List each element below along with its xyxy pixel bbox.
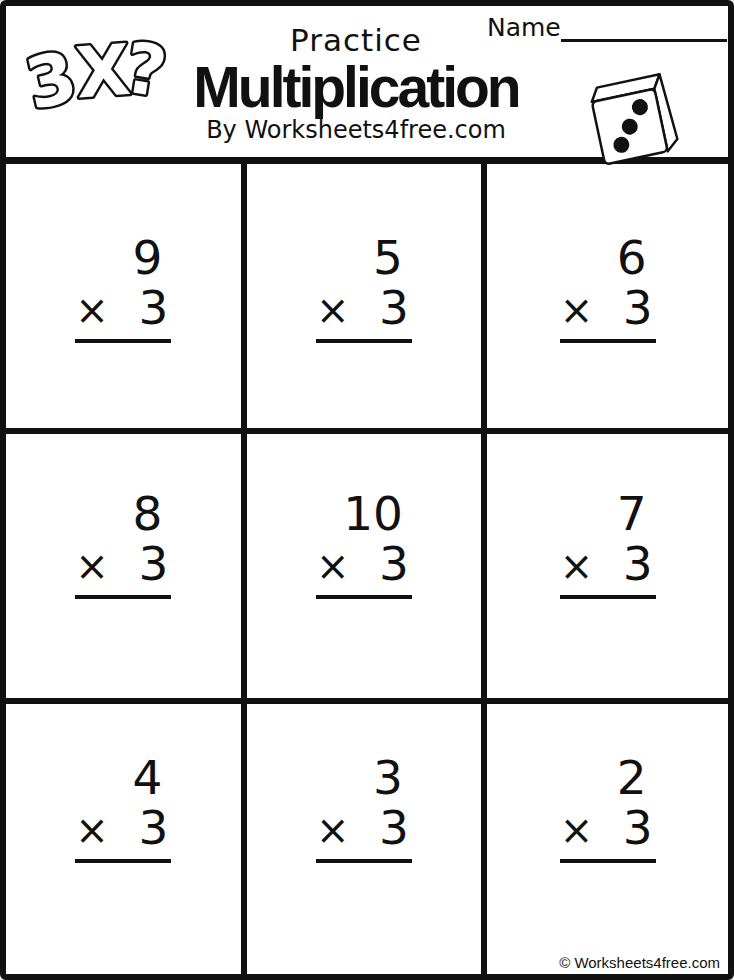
multiply-sign: × xyxy=(560,546,594,586)
multiply-sign: × xyxy=(75,290,109,330)
multiplicand: 2 xyxy=(560,754,656,801)
multiplier: 3 xyxy=(379,284,412,331)
multiplication-problem: 2 × 3 xyxy=(560,704,656,919)
answer-area[interactable] xyxy=(75,339,171,399)
answer-area[interactable] xyxy=(560,339,656,399)
multiplicand: 6 xyxy=(560,234,656,281)
name-field: Name xyxy=(487,14,727,42)
multiplication-problem: 7 × 3 xyxy=(560,434,656,655)
answer-area[interactable] xyxy=(75,859,171,919)
answer-area[interactable] xyxy=(560,595,656,655)
name-input-line[interactable] xyxy=(561,15,727,42)
problem-cell-7: 4 × 3 xyxy=(6,704,247,974)
multiplier: 3 xyxy=(623,804,656,851)
problem-cell-1: 9 × 3 xyxy=(6,164,247,434)
multiplication-problem: 9 × 3 xyxy=(75,164,171,399)
multiplicand: 7 xyxy=(560,490,656,537)
multiplier: 3 xyxy=(138,804,171,851)
multiplication-problem: 3 × 3 xyxy=(316,704,412,919)
problem-cell-5: 10 × 3 xyxy=(247,434,488,704)
problem-cell-4: 8 × 3 xyxy=(6,434,247,704)
worksheet-header: 3 X ? Practice Multiplication By Workshe… xyxy=(6,6,728,157)
problem-cell-3: 6 × 3 xyxy=(487,164,728,434)
multiplier: 3 xyxy=(138,540,171,587)
multiplier: 3 xyxy=(623,284,656,331)
answer-area[interactable] xyxy=(75,595,171,655)
worksheet-page: 3 X ? Practice Multiplication By Workshe… xyxy=(0,0,734,980)
copyright-text: © Worksheets4free.com xyxy=(559,954,720,971)
problem-cell-9: 2 × 3 © Worksheets4free.com xyxy=(487,704,728,974)
multiplier: 3 xyxy=(623,540,656,587)
multiplicand: 4 xyxy=(75,754,171,801)
multiply-sign: × xyxy=(316,546,350,586)
multiplicand: 5 xyxy=(316,234,412,281)
multiplier: 3 xyxy=(379,540,412,587)
multiply-sign: × xyxy=(316,810,350,850)
multiply-sign: × xyxy=(560,290,594,330)
multiplication-problem: 8 × 3 xyxy=(75,434,171,655)
problem-cell-8: 3 × 3 xyxy=(247,704,488,974)
multiplicand: 3 xyxy=(316,754,412,801)
multiply-sign: × xyxy=(316,290,350,330)
answer-area[interactable] xyxy=(316,339,412,399)
problem-cell-2: 5 × 3 xyxy=(247,164,488,434)
answer-area[interactable] xyxy=(316,859,412,919)
name-label: Name xyxy=(487,14,561,42)
multiply-sign: × xyxy=(75,810,109,850)
multiply-sign: × xyxy=(75,546,109,586)
multiplication-problem: 10 × 3 xyxy=(316,434,412,655)
problems-grid: 9 × 3 5 × 3 6 × xyxy=(6,157,728,974)
multiplicand: 9 xyxy=(75,234,171,281)
problem-cell-6: 7 × 3 xyxy=(487,434,728,704)
answer-area[interactable] xyxy=(316,595,412,655)
multiplier: 3 xyxy=(379,804,412,851)
multiplicand: 10 xyxy=(316,490,412,537)
multiplication-problem: 6 × 3 xyxy=(560,164,656,399)
multiplicand: 8 xyxy=(75,490,171,537)
multiplication-problem: 5 × 3 xyxy=(316,164,412,399)
multiplier: 3 xyxy=(138,284,171,331)
multiply-sign: × xyxy=(560,810,594,850)
die-showing-3-icon xyxy=(580,68,684,168)
multiplication-problem: 4 × 3 xyxy=(75,704,171,919)
answer-area[interactable] xyxy=(560,859,656,919)
